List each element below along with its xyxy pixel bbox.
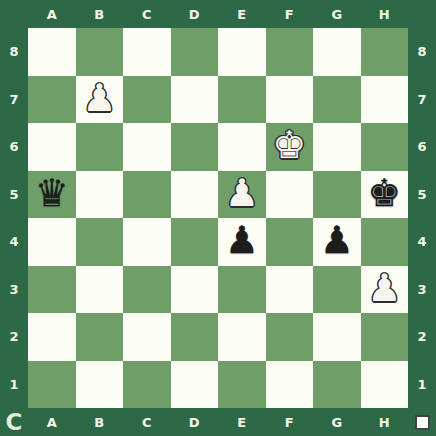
file-label-top-b: B xyxy=(76,0,124,28)
piece-black-king: ♚ xyxy=(367,174,401,215)
square-e7[interactable] xyxy=(218,76,266,124)
rank-label-right-3: 3 xyxy=(408,266,436,314)
square-g6[interactable] xyxy=(313,123,361,171)
square-a8[interactable] xyxy=(28,28,76,76)
square-b5[interactable] xyxy=(76,171,124,219)
rank-label-left-7: 7 xyxy=(0,76,28,124)
square-h2[interactable] xyxy=(361,313,409,361)
rank-label-right-7: 7 xyxy=(408,76,436,124)
square-d5[interactable] xyxy=(171,171,219,219)
square-c1[interactable] xyxy=(123,361,171,409)
square-d3[interactable] xyxy=(171,266,219,314)
file-label-top-c: C xyxy=(123,0,171,28)
square-f1[interactable] xyxy=(266,361,314,409)
square-f4[interactable] xyxy=(266,218,314,266)
square-g3[interactable] xyxy=(313,266,361,314)
square-h3[interactable]: ♟ xyxy=(361,266,409,314)
square-b4[interactable] xyxy=(76,218,124,266)
square-a4[interactable] xyxy=(28,218,76,266)
square-f6[interactable]: ♚ xyxy=(266,123,314,171)
square-e5[interactable]: ♟ xyxy=(218,171,266,219)
square-g8[interactable] xyxy=(313,28,361,76)
square-f2[interactable] xyxy=(266,313,314,361)
square-g4[interactable]: ♟ xyxy=(313,218,361,266)
piece-white-pawn: ♟ xyxy=(82,79,116,120)
file-label-top-g: G xyxy=(313,0,361,28)
square-e3[interactable] xyxy=(218,266,266,314)
rank-labels-right: 87654321 xyxy=(408,28,436,408)
square-d8[interactable] xyxy=(171,28,219,76)
file-label-top-e: E xyxy=(218,0,266,28)
file-label-top-h: H xyxy=(361,0,409,28)
square-b2[interactable] xyxy=(76,313,124,361)
chess-board: ♟♚♛♟♚♟♟♟ xyxy=(28,28,408,408)
square-c5[interactable] xyxy=(123,171,171,219)
piece-black-pawn: ♟ xyxy=(320,221,354,262)
rank-label-left-8: 8 xyxy=(0,28,28,76)
square-b6[interactable] xyxy=(76,123,124,171)
file-label-bottom-d: D xyxy=(171,408,219,436)
square-b7[interactable]: ♟ xyxy=(76,76,124,124)
file-label-bottom-e: E xyxy=(218,408,266,436)
square-f3[interactable] xyxy=(266,266,314,314)
white-to-move-indicator xyxy=(408,408,436,436)
square-a5[interactable]: ♛ xyxy=(28,171,76,219)
rank-label-left-1: 1 xyxy=(0,361,28,409)
chess-board-widget: ABCDEFGH 87654321 ♟♚♛♟♚♟♟♟ 87654321 ABCD… xyxy=(0,0,436,436)
rank-label-left-3: 3 xyxy=(0,266,28,314)
piece-white-king: ♚ xyxy=(272,126,306,167)
square-d7[interactable] xyxy=(171,76,219,124)
white-square-icon xyxy=(415,415,430,430)
square-e8[interactable] xyxy=(218,28,266,76)
file-label-bottom-a: A xyxy=(28,408,76,436)
file-label-top-f: F xyxy=(266,0,314,28)
square-h5[interactable]: ♚ xyxy=(361,171,409,219)
square-d4[interactable] xyxy=(171,218,219,266)
square-g1[interactable] xyxy=(313,361,361,409)
file-label-top-d: D xyxy=(171,0,219,28)
square-c8[interactable] xyxy=(123,28,171,76)
square-c2[interactable] xyxy=(123,313,171,361)
rank-label-right-1: 1 xyxy=(408,361,436,409)
rank-label-right-2: 2 xyxy=(408,313,436,361)
square-e4[interactable]: ♟ xyxy=(218,218,266,266)
file-label-bottom-c: C xyxy=(123,408,171,436)
square-f8[interactable] xyxy=(266,28,314,76)
piece-white-pawn: ♟ xyxy=(367,269,401,310)
file-label-bottom-b: B xyxy=(76,408,124,436)
square-b1[interactable] xyxy=(76,361,124,409)
square-c7[interactable] xyxy=(123,76,171,124)
square-g2[interactable] xyxy=(313,313,361,361)
file-label-top-a: A xyxy=(28,0,76,28)
rank-label-right-6: 6 xyxy=(408,123,436,171)
file-label-bottom-f: F xyxy=(266,408,314,436)
square-e1[interactable] xyxy=(218,361,266,409)
square-a7[interactable] xyxy=(28,76,76,124)
file-labels-bottom: ABCDEFGH xyxy=(28,408,408,436)
square-h6[interactable] xyxy=(361,123,409,171)
square-a1[interactable] xyxy=(28,361,76,409)
square-h4[interactable] xyxy=(361,218,409,266)
rank-label-right-8: 8 xyxy=(408,28,436,76)
rank-labels-left: 87654321 xyxy=(0,28,28,408)
rank-label-left-5: 5 xyxy=(0,171,28,219)
square-g7[interactable] xyxy=(313,76,361,124)
square-c4[interactable] xyxy=(123,218,171,266)
square-f5[interactable] xyxy=(266,171,314,219)
square-g5[interactable] xyxy=(313,171,361,219)
square-a6[interactable] xyxy=(28,123,76,171)
square-c3[interactable] xyxy=(123,266,171,314)
file-label-bottom-h: H xyxy=(361,408,409,436)
square-h1[interactable] xyxy=(361,361,409,409)
rank-label-right-4: 4 xyxy=(408,218,436,266)
brand-logo-c[interactable]: C xyxy=(0,408,28,436)
rank-label-left-4: 4 xyxy=(0,218,28,266)
piece-black-pawn: ♟ xyxy=(225,221,259,262)
square-e6[interactable] xyxy=(218,123,266,171)
rank-label-right-5: 5 xyxy=(408,171,436,219)
square-a2[interactable] xyxy=(28,313,76,361)
square-b8[interactable] xyxy=(76,28,124,76)
file-label-bottom-g: G xyxy=(313,408,361,436)
square-h8[interactable] xyxy=(361,28,409,76)
piece-black-queen: ♛ xyxy=(35,174,69,215)
square-c6[interactable] xyxy=(123,123,171,171)
square-d2[interactable] xyxy=(171,313,219,361)
square-a3[interactable] xyxy=(28,266,76,314)
square-f7[interactable] xyxy=(266,76,314,124)
square-d6[interactable] xyxy=(171,123,219,171)
piece-white-pawn: ♟ xyxy=(225,174,259,215)
rank-label-left-2: 2 xyxy=(0,313,28,361)
rank-label-left-6: 6 xyxy=(0,123,28,171)
square-h7[interactable] xyxy=(361,76,409,124)
square-e2[interactable] xyxy=(218,313,266,361)
square-d1[interactable] xyxy=(171,361,219,409)
file-labels-top: ABCDEFGH xyxy=(28,0,408,28)
square-b3[interactable] xyxy=(76,266,124,314)
